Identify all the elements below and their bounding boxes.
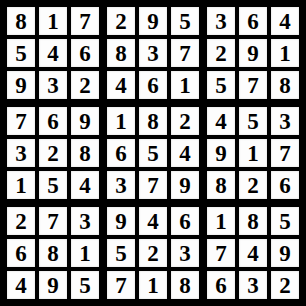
cell-r2c8[interactable]: 9 bbox=[239, 39, 267, 67]
cell-r2c5[interactable]: 3 bbox=[139, 39, 167, 67]
cell-r4c9[interactable]: 3 bbox=[271, 107, 299, 135]
cell-r9c6[interactable]: 8 bbox=[171, 271, 199, 299]
cell-r6c2[interactable]: 5 bbox=[39, 171, 67, 199]
cell-r1c6[interactable]: 5 bbox=[171, 7, 199, 35]
cell-r2c6[interactable]: 7 bbox=[171, 39, 199, 67]
cell-r9c8[interactable]: 3 bbox=[239, 271, 267, 299]
cell-r7c9[interactable]: 5 bbox=[271, 207, 299, 235]
cell-r2c1[interactable]: 5 bbox=[7, 39, 35, 67]
cell-r3c7[interactable]: 5 bbox=[207, 71, 235, 99]
cell-r7c1[interactable]: 2 bbox=[7, 207, 35, 235]
cell-r7c4[interactable]: 9 bbox=[107, 207, 135, 235]
cell-r1c8[interactable]: 6 bbox=[239, 7, 267, 35]
cell-r9c4[interactable]: 7 bbox=[107, 271, 135, 299]
cell-r5c7[interactable]: 9 bbox=[207, 139, 235, 167]
cell-r8c6[interactable]: 3 bbox=[171, 239, 199, 267]
cell-r3c3[interactable]: 2 bbox=[71, 71, 99, 99]
cell-r9c9[interactable]: 2 bbox=[271, 271, 299, 299]
cell-r8c8[interactable]: 4 bbox=[239, 239, 267, 267]
cell-r4c7[interactable]: 4 bbox=[207, 107, 235, 135]
cell-r6c3[interactable]: 4 bbox=[71, 171, 99, 199]
cell-r7c2[interactable]: 7 bbox=[39, 207, 67, 235]
cell-r9c2[interactable]: 9 bbox=[39, 271, 67, 299]
cell-r5c9[interactable]: 7 bbox=[271, 139, 299, 167]
cell-r6c6[interactable]: 9 bbox=[171, 171, 199, 199]
cell-r2c7[interactable]: 2 bbox=[207, 39, 235, 67]
cell-r4c5[interactable]: 8 bbox=[139, 107, 167, 135]
cell-r6c8[interactable]: 2 bbox=[239, 171, 267, 199]
cell-r5c3[interactable]: 8 bbox=[71, 139, 99, 167]
cell-r7c3[interactable]: 3 bbox=[71, 207, 99, 235]
cell-r9c7[interactable]: 6 bbox=[207, 271, 235, 299]
cell-r4c3[interactable]: 9 bbox=[71, 107, 99, 135]
cell-r1c1[interactable]: 8 bbox=[7, 7, 35, 35]
cell-r3c5[interactable]: 6 bbox=[139, 71, 167, 99]
cell-r5c4[interactable]: 6 bbox=[107, 139, 135, 167]
cell-r7c6[interactable]: 6 bbox=[171, 207, 199, 235]
cell-r2c3[interactable]: 6 bbox=[71, 39, 99, 67]
cell-r6c9[interactable]: 6 bbox=[271, 171, 299, 199]
sudoku-board: 8172953645468372919324615787691824533286… bbox=[0, 0, 306, 306]
cell-r9c1[interactable]: 4 bbox=[7, 271, 35, 299]
cell-r5c6[interactable]: 4 bbox=[171, 139, 199, 167]
cell-r1c2[interactable]: 1 bbox=[39, 7, 67, 35]
cell-r5c1[interactable]: 3 bbox=[7, 139, 35, 167]
cell-r6c1[interactable]: 1 bbox=[7, 171, 35, 199]
cell-r7c5[interactable]: 4 bbox=[139, 207, 167, 235]
cell-r8c7[interactable]: 7 bbox=[207, 239, 235, 267]
cell-r8c1[interactable]: 6 bbox=[7, 239, 35, 267]
cell-r6c5[interactable]: 7 bbox=[139, 171, 167, 199]
cell-r2c9[interactable]: 1 bbox=[271, 39, 299, 67]
cell-r8c2[interactable]: 8 bbox=[39, 239, 67, 267]
cell-r4c8[interactable]: 5 bbox=[239, 107, 267, 135]
cell-r7c8[interactable]: 8 bbox=[239, 207, 267, 235]
cell-r1c9[interactable]: 4 bbox=[271, 7, 299, 35]
cell-r3c4[interactable]: 4 bbox=[107, 71, 135, 99]
cell-r5c8[interactable]: 1 bbox=[239, 139, 267, 167]
cell-r4c4[interactable]: 1 bbox=[107, 107, 135, 135]
cell-r8c3[interactable]: 1 bbox=[71, 239, 99, 267]
cell-r3c8[interactable]: 7 bbox=[239, 71, 267, 99]
cell-r1c7[interactable]: 3 bbox=[207, 7, 235, 35]
cell-r7c7[interactable]: 1 bbox=[207, 207, 235, 235]
cell-r3c2[interactable]: 3 bbox=[39, 71, 67, 99]
cell-r4c6[interactable]: 2 bbox=[171, 107, 199, 135]
cell-r5c2[interactable]: 2 bbox=[39, 139, 67, 167]
cell-r6c7[interactable]: 8 bbox=[207, 171, 235, 199]
cell-r2c4[interactable]: 8 bbox=[107, 39, 135, 67]
cell-r9c3[interactable]: 5 bbox=[71, 271, 99, 299]
cell-r3c6[interactable]: 1 bbox=[171, 71, 199, 99]
cell-r5c5[interactable]: 5 bbox=[139, 139, 167, 167]
cell-r6c4[interactable]: 3 bbox=[107, 171, 135, 199]
cell-r4c2[interactable]: 6 bbox=[39, 107, 67, 135]
cell-r2c2[interactable]: 4 bbox=[39, 39, 67, 67]
cell-r8c4[interactable]: 5 bbox=[107, 239, 135, 267]
cell-r3c1[interactable]: 9 bbox=[7, 71, 35, 99]
cell-r1c4[interactable]: 2 bbox=[107, 7, 135, 35]
cell-r8c5[interactable]: 2 bbox=[139, 239, 167, 267]
cell-r1c3[interactable]: 7 bbox=[71, 7, 99, 35]
cell-r1c5[interactable]: 9 bbox=[139, 7, 167, 35]
cell-r4c1[interactable]: 7 bbox=[7, 107, 35, 135]
cell-r8c9[interactable]: 9 bbox=[271, 239, 299, 267]
cell-r9c5[interactable]: 1 bbox=[139, 271, 167, 299]
cell-r3c9[interactable]: 8 bbox=[271, 71, 299, 99]
